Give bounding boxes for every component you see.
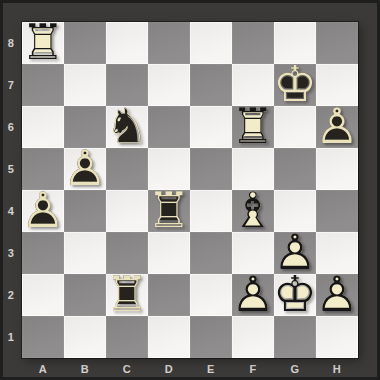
black-knight-icon: ♞: [106, 106, 148, 148]
square-e5[interactable]: [190, 148, 232, 190]
square-h3[interactable]: [316, 232, 358, 274]
black-pawn-h6[interactable]: ♟♙: [316, 106, 358, 148]
rank-label-8: 8: [0, 22, 22, 64]
square-b6[interactable]: [64, 106, 106, 148]
square-h1[interactable]: [316, 316, 358, 358]
white-rook-icon: ♜: [22, 22, 64, 64]
white-pawn-icon: ♟: [316, 274, 358, 316]
white-pawn-icon: ♟: [232, 274, 274, 316]
square-g1[interactable]: [274, 316, 316, 358]
square-a4[interactable]: ♟♙: [22, 190, 64, 232]
black-king-g7[interactable]: ♚♔: [274, 64, 316, 106]
square-g4[interactable]: [274, 190, 316, 232]
white-pawn-f2[interactable]: ♟♙: [232, 274, 274, 316]
black-rook-d4[interactable]: ♜♖: [148, 190, 190, 232]
file-label-e: E: [190, 358, 232, 380]
square-g7[interactable]: ♚♔: [274, 64, 316, 106]
square-b8[interactable]: [64, 22, 106, 64]
square-e1[interactable]: [190, 316, 232, 358]
square-a1[interactable]: [22, 316, 64, 358]
white-rook-f6[interactable]: ♜♖: [232, 106, 274, 148]
square-c1[interactable]: [106, 316, 148, 358]
black-knight-outline-icon: ♘: [106, 106, 148, 148]
white-pawn-h2[interactable]: ♟♙: [316, 274, 358, 316]
black-pawn-icon: ♟: [316, 106, 358, 148]
square-e2[interactable]: [190, 274, 232, 316]
black-pawn-b5[interactable]: ♟♙: [64, 148, 106, 190]
black-rook-icon: ♜: [148, 190, 190, 232]
rank-label-6: 6: [0, 106, 22, 148]
square-c5[interactable]: [106, 148, 148, 190]
file-label-f: F: [232, 358, 274, 380]
square-b1[interactable]: [64, 316, 106, 358]
square-g2[interactable]: ♚♔: [274, 274, 316, 316]
square-f2[interactable]: ♟♙: [232, 274, 274, 316]
square-d1[interactable]: [148, 316, 190, 358]
square-h5[interactable]: [316, 148, 358, 190]
square-f5[interactable]: [232, 148, 274, 190]
square-g3[interactable]: ♟♙: [274, 232, 316, 274]
rank-label-7: 7: [0, 64, 22, 106]
square-a3[interactable]: [22, 232, 64, 274]
square-e6[interactable]: [190, 106, 232, 148]
square-g6[interactable]: [274, 106, 316, 148]
square-g5[interactable]: [274, 148, 316, 190]
black-pawn-outline-icon: ♙: [316, 106, 358, 148]
white-rook-outline-icon: ♖: [22, 22, 64, 64]
black-pawn-outline-icon: ♙: [22, 190, 64, 232]
square-c8[interactable]: [106, 22, 148, 64]
square-d2[interactable]: [148, 274, 190, 316]
white-pawn-outline-icon: ♙: [274, 232, 316, 274]
chess-board-frame: 87654321 ABCDEFGH ♜♖♚♔♞♘♜♖♟♙♟♙♟♙♜♖♝♗♟♙♜♖…: [0, 0, 380, 380]
square-a7[interactable]: [22, 64, 64, 106]
square-d7[interactable]: [148, 64, 190, 106]
white-bishop-f4[interactable]: ♝♗: [232, 190, 274, 232]
square-f3[interactable]: [232, 232, 274, 274]
square-d8[interactable]: [148, 22, 190, 64]
rank-label-2: 2: [0, 274, 22, 316]
square-h2[interactable]: ♟♙: [316, 274, 358, 316]
square-a6[interactable]: [22, 106, 64, 148]
square-f8[interactable]: [232, 22, 274, 64]
square-h7[interactable]: [316, 64, 358, 106]
square-g8[interactable]: [274, 22, 316, 64]
square-h8[interactable]: [316, 22, 358, 64]
rank-label-5: 5: [0, 148, 22, 190]
black-rook-outline-icon: ♖: [148, 190, 190, 232]
square-d4[interactable]: ♜♖: [148, 190, 190, 232]
white-rook-a8[interactable]: ♜♖: [22, 22, 64, 64]
file-label-h: H: [316, 358, 358, 380]
white-pawn-outline-icon: ♙: [232, 274, 274, 316]
square-b2[interactable]: [64, 274, 106, 316]
black-king-outline-icon: ♔: [274, 64, 316, 106]
black-rook-icon: ♜: [106, 274, 148, 316]
chess-board: ♜♖♚♔♞♘♜♖♟♙♟♙♟♙♜♖♝♗♟♙♜♖♟♙♚♔♟♙: [22, 22, 358, 358]
white-rook-icon: ♜: [232, 106, 274, 148]
black-pawn-a4[interactable]: ♟♙: [22, 190, 64, 232]
square-f1[interactable]: [232, 316, 274, 358]
black-pawn-outline-icon: ♙: [64, 148, 106, 190]
square-a5[interactable]: [22, 148, 64, 190]
file-label-g: G: [274, 358, 316, 380]
black-king-icon: ♚: [274, 64, 316, 106]
square-h6[interactable]: ♟♙: [316, 106, 358, 148]
white-king-icon: ♚: [274, 274, 316, 316]
white-king-outline-icon: ♔: [274, 274, 316, 316]
square-h4[interactable]: [316, 190, 358, 232]
square-e7[interactable]: [190, 64, 232, 106]
square-e8[interactable]: [190, 22, 232, 64]
white-bishop-icon: ♝: [232, 190, 274, 232]
square-f6[interactable]: ♜♖: [232, 106, 274, 148]
black-rook-outline-icon: ♖: [106, 274, 148, 316]
square-b3[interactable]: [64, 232, 106, 274]
file-labels: ABCDEFGH: [22, 358, 358, 380]
square-f4[interactable]: ♝♗: [232, 190, 274, 232]
file-label-c: C: [106, 358, 148, 380]
square-b5[interactable]: ♟♙: [64, 148, 106, 190]
file-label-a: A: [22, 358, 64, 380]
square-e4[interactable]: [190, 190, 232, 232]
square-a2[interactable]: [22, 274, 64, 316]
rank-label-1: 1: [0, 316, 22, 358]
square-f7[interactable]: [232, 64, 274, 106]
black-rook-c2[interactable]: ♜♖: [106, 274, 148, 316]
square-a8[interactable]: ♜♖: [22, 22, 64, 64]
square-b4[interactable]: [64, 190, 106, 232]
square-d3[interactable]: [148, 232, 190, 274]
white-pawn-outline-icon: ♙: [316, 274, 358, 316]
file-label-d: D: [148, 358, 190, 380]
rank-labels: 87654321: [0, 22, 22, 358]
white-king-g2[interactable]: ♚♔: [274, 274, 316, 316]
square-b7[interactable]: [64, 64, 106, 106]
white-rook-outline-icon: ♖: [232, 106, 274, 148]
black-pawn-icon: ♟: [22, 190, 64, 232]
black-pawn-icon: ♟: [64, 148, 106, 190]
square-e3[interactable]: [190, 232, 232, 274]
white-pawn-g3[interactable]: ♟♙: [274, 232, 316, 274]
white-bishop-outline-icon: ♗: [232, 190, 274, 232]
square-d5[interactable]: [148, 148, 190, 190]
file-label-b: B: [64, 358, 106, 380]
black-knight-c6[interactable]: ♞♘: [106, 106, 148, 148]
square-c6[interactable]: ♞♘: [106, 106, 148, 148]
square-c3[interactable]: [106, 232, 148, 274]
square-c7[interactable]: [106, 64, 148, 106]
rank-label-3: 3: [0, 232, 22, 274]
white-pawn-icon: ♟: [274, 232, 316, 274]
square-c2[interactable]: ♜♖: [106, 274, 148, 316]
rank-label-4: 4: [0, 190, 22, 232]
square-d6[interactable]: [148, 106, 190, 148]
square-c4[interactable]: [106, 190, 148, 232]
